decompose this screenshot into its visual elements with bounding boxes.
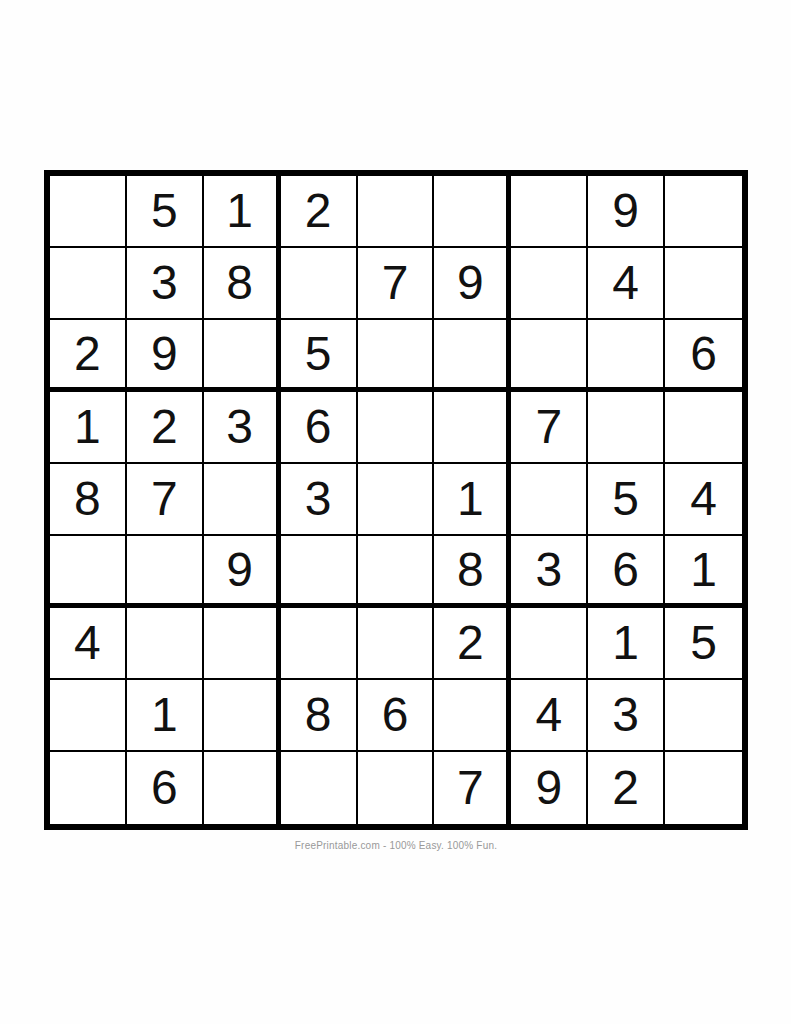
sudoku-cell-r7c4[interactable]: [281, 608, 358, 680]
sudoku-cell-r5c3[interactable]: [204, 464, 281, 536]
sudoku-cell-r5c9[interactable]: 4: [665, 464, 742, 536]
sudoku-cell-r5c7[interactable]: [511, 464, 588, 536]
sudoku-cell-r1c9[interactable]: [665, 176, 742, 248]
sudoku-cell-r6c2[interactable]: [127, 536, 204, 608]
sudoku-cell-r5c1[interactable]: 8: [50, 464, 127, 536]
sudoku-cell-r3c6[interactable]: [434, 320, 511, 392]
sudoku-cell-r7c1[interactable]: 4: [50, 608, 127, 680]
sudoku-cell-r9c9[interactable]: [665, 752, 742, 824]
sudoku-cell-r6c7[interactable]: 3: [511, 536, 588, 608]
sudoku-cell-r5c4[interactable]: 3: [281, 464, 358, 536]
sudoku-cell-r3c3[interactable]: [204, 320, 281, 392]
sudoku-cell-r4c7[interactable]: 7: [511, 392, 588, 464]
sudoku-cell-r9c5[interactable]: [358, 752, 435, 824]
sudoku-cell-r4c6[interactable]: [434, 392, 511, 464]
sudoku-cell-r2c8[interactable]: 4: [588, 248, 665, 320]
sudoku-cell-r6c4[interactable]: [281, 536, 358, 608]
sudoku-cell-r8c7[interactable]: 4: [511, 680, 588, 752]
sudoku-cell-r3c4[interactable]: 5: [281, 320, 358, 392]
sudoku-cell-r8c9[interactable]: [665, 680, 742, 752]
sudoku-cell-r6c3[interactable]: 9: [204, 536, 281, 608]
sudoku-cell-r6c5[interactable]: [358, 536, 435, 608]
sudoku-cell-r3c7[interactable]: [511, 320, 588, 392]
sudoku-cell-r6c8[interactable]: 6: [588, 536, 665, 608]
sudoku-cell-r4c8[interactable]: [588, 392, 665, 464]
sudoku-board: 5129387942956123678731549836142151864367…: [44, 170, 748, 830]
sudoku-cell-r1c7[interactable]: [511, 176, 588, 248]
sudoku-cell-r3c5[interactable]: [358, 320, 435, 392]
sudoku-cell-r2c1[interactable]: [50, 248, 127, 320]
sudoku-cell-r8c4[interactable]: 8: [281, 680, 358, 752]
sudoku-cell-r1c8[interactable]: 9: [588, 176, 665, 248]
sudoku-cell-r1c4[interactable]: 2: [281, 176, 358, 248]
sudoku-cell-r5c5[interactable]: [358, 464, 435, 536]
sudoku-cell-r7c7[interactable]: [511, 608, 588, 680]
sudoku-cell-r5c8[interactable]: 5: [588, 464, 665, 536]
sudoku-cell-r8c2[interactable]: 1: [127, 680, 204, 752]
sudoku-cell-r4c1[interactable]: 1: [50, 392, 127, 464]
sudoku-cell-r9c3[interactable]: [204, 752, 281, 824]
sudoku-cell-r8c5[interactable]: 6: [358, 680, 435, 752]
sudoku-cell-r2c6[interactable]: 9: [434, 248, 511, 320]
sudoku-cell-r3c2[interactable]: 9: [127, 320, 204, 392]
sudoku-cell-r8c1[interactable]: [50, 680, 127, 752]
printable-sudoku-page: 5129387942956123678731549836142151864367…: [0, 0, 791, 1024]
sudoku-cell-r9c2[interactable]: 6: [127, 752, 204, 824]
sudoku-cell-r7c3[interactable]: [204, 608, 281, 680]
sudoku-cell-r2c9[interactable]: [665, 248, 742, 320]
sudoku-cell-r7c5[interactable]: [358, 608, 435, 680]
sudoku-cell-r3c9[interactable]: 6: [665, 320, 742, 392]
sudoku-cell-r6c6[interactable]: 8: [434, 536, 511, 608]
sudoku-cell-r8c6[interactable]: [434, 680, 511, 752]
sudoku-cell-r8c3[interactable]: [204, 680, 281, 752]
sudoku-cell-r6c1[interactable]: [50, 536, 127, 608]
sudoku-cell-r4c4[interactable]: 6: [281, 392, 358, 464]
sudoku-cell-r2c5[interactable]: 7: [358, 248, 435, 320]
sudoku-cell-r7c6[interactable]: 2: [434, 608, 511, 680]
sudoku-cell-r1c1[interactable]: [50, 176, 127, 248]
sudoku-cell-r2c2[interactable]: 3: [127, 248, 204, 320]
sudoku-cell-r8c8[interactable]: 3: [588, 680, 665, 752]
sudoku-cell-r1c6[interactable]: [434, 176, 511, 248]
sudoku-cell-r4c3[interactable]: 3: [204, 392, 281, 464]
sudoku-cell-r3c1[interactable]: 2: [50, 320, 127, 392]
sudoku-cell-r7c8[interactable]: 1: [588, 608, 665, 680]
sudoku-cell-r4c9[interactable]: [665, 392, 742, 464]
sudoku-cell-r2c7[interactable]: [511, 248, 588, 320]
sudoku-cell-r9c6[interactable]: 7: [434, 752, 511, 824]
sudoku-cell-r1c5[interactable]: [358, 176, 435, 248]
sudoku-cell-r5c6[interactable]: 1: [434, 464, 511, 536]
sudoku-cell-r9c4[interactable]: [281, 752, 358, 824]
sudoku-cell-r1c3[interactable]: 1: [204, 176, 281, 248]
sudoku-cell-r4c5[interactable]: [358, 392, 435, 464]
sudoku-cell-r9c8[interactable]: 2: [588, 752, 665, 824]
sudoku-cell-r9c7[interactable]: 9: [511, 752, 588, 824]
sudoku-cell-r7c9[interactable]: 5: [665, 608, 742, 680]
sudoku-cell-r2c4[interactable]: [281, 248, 358, 320]
sudoku-cell-r6c9[interactable]: 1: [665, 536, 742, 608]
sudoku-cell-r4c2[interactable]: 2: [127, 392, 204, 464]
footer-credit-text: FreePrintable.com - 100% Easy. 100% Fun.: [44, 840, 748, 851]
sudoku-cell-r2c3[interactable]: 8: [204, 248, 281, 320]
sudoku-cell-r7c2[interactable]: [127, 608, 204, 680]
sudoku-cell-r5c2[interactable]: 7: [127, 464, 204, 536]
sudoku-cell-r3c8[interactable]: [588, 320, 665, 392]
sudoku-cell-r1c2[interactable]: 5: [127, 176, 204, 248]
sudoku-cell-r9c1[interactable]: [50, 752, 127, 824]
